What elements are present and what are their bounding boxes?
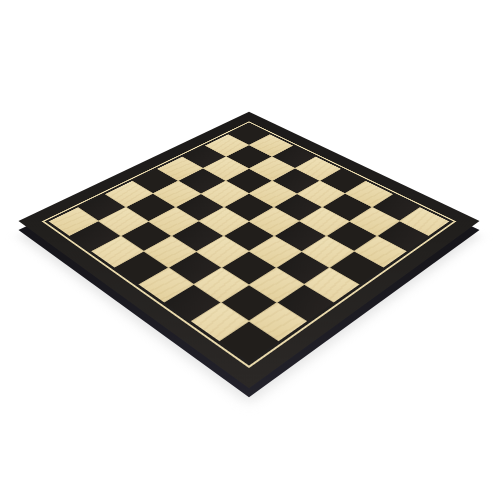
product-photo-stage xyxy=(0,0,500,500)
board-field xyxy=(49,124,449,361)
chess-board xyxy=(18,112,479,389)
inlay-border-line xyxy=(42,121,456,367)
